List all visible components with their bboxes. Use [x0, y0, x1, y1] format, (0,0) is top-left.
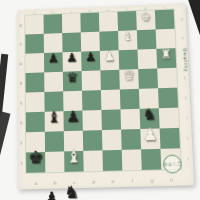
rank-label: 7 — [20, 35, 23, 54]
file-label: g — [142, 178, 162, 184]
square-g2[interactable]: ♟ — [140, 128, 160, 149]
square-c5[interactable]: ♛ — [63, 71, 82, 91]
chess-board-mat: abcdefgh ♚♝♟♟♟♟♜♛♛♝♟♞♟♚♝ abcdefgh 876543… — [18, 3, 195, 189]
black-king[interactable]: ♚ — [28, 150, 43, 168]
square-a7[interactable] — [25, 34, 44, 54]
black-pawn[interactable]: ♟ — [66, 52, 77, 65]
square-h7[interactable] — [156, 29, 176, 49]
white-bishop[interactable]: ♝ — [66, 149, 82, 167]
square-b2[interactable] — [45, 131, 64, 152]
black-knight[interactable]: ♞ — [142, 107, 156, 123]
brand-text: Quality — [182, 48, 188, 73]
square-c1[interactable]: ♝ — [64, 151, 84, 172]
square-e1[interactable] — [102, 150, 122, 171]
square-g6[interactable] — [137, 49, 157, 69]
square-d1[interactable] — [83, 150, 103, 171]
square-g8[interactable]: ♚ — [136, 10, 156, 30]
file-label: e — [103, 179, 123, 185]
white-king[interactable]: ♚ — [141, 12, 151, 23]
square-f1[interactable] — [122, 149, 142, 170]
square-e2[interactable] — [102, 130, 122, 151]
square-d4[interactable] — [82, 90, 101, 110]
square-e3[interactable] — [101, 109, 121, 130]
white-queen[interactable]: ♛ — [123, 69, 136, 83]
square-e5[interactable] — [100, 70, 119, 90]
square-d5[interactable] — [82, 70, 101, 90]
white-bishop[interactable]: ♝ — [122, 31, 133, 43]
square-d3[interactable] — [82, 110, 102, 131]
rank-label: 6 — [20, 54, 23, 73]
square-d6[interactable]: ♟ — [81, 51, 100, 71]
square-a8[interactable] — [25, 15, 44, 35]
square-h6[interactable]: ♜ — [156, 48, 176, 68]
rank-label-right: 4 — [184, 87, 188, 107]
white-pawn[interactable]: ♟ — [143, 127, 158, 144]
square-a1[interactable]: ♚ — [26, 152, 45, 173]
rank-label-right: 3 — [185, 107, 189, 127]
file-label: f — [123, 178, 143, 184]
rank-label: 8 — [19, 16, 22, 35]
square-h3[interactable] — [159, 108, 179, 129]
square-b5[interactable] — [44, 72, 63, 92]
file-label: h — [162, 177, 182, 183]
captured-black-pawn[interactable]: ♟ — [44, 190, 59, 200]
rank-label: 1 — [20, 153, 23, 173]
square-c7[interactable] — [62, 32, 81, 52]
black-queen[interactable]: ♛ — [66, 71, 78, 85]
rank-label-right: 1 — [187, 148, 191, 169]
chess-pieces-emblem-icon: ♔♕♘♖ — [163, 154, 182, 173]
square-e7[interactable] — [99, 31, 118, 51]
rank-label-right: 8 — [180, 9, 183, 28]
rank-label: 5 — [20, 73, 23, 93]
captured-black-knight[interactable]: ♞ — [64, 184, 79, 200]
black-pawn[interactable]: ♟ — [66, 110, 80, 126]
captured-pieces-tray: ♟♞ — [42, 180, 92, 200]
square-c8[interactable] — [62, 13, 81, 33]
rank-label: 3 — [20, 112, 23, 132]
rank-label-right: 7 — [181, 28, 184, 48]
square-b8[interactable] — [44, 14, 63, 34]
square-f3[interactable] — [120, 109, 140, 130]
square-e8[interactable] — [99, 12, 118, 32]
square-g1[interactable] — [141, 149, 161, 170]
square-a4[interactable] — [26, 92, 45, 112]
square-e6[interactable]: ♟ — [100, 50, 119, 70]
rank-label: 4 — [20, 93, 23, 113]
square-a6[interactable] — [25, 53, 44, 73]
square-f2[interactable] — [121, 129, 141, 150]
rank-labels: 87654321 — [19, 16, 22, 173]
square-g7[interactable] — [137, 29, 157, 49]
rank-label-right: 2 — [186, 128, 190, 149]
dark-sliver-left-lower — [0, 112, 10, 159]
square-f4[interactable] — [120, 89, 140, 110]
square-g5[interactable] — [138, 68, 158, 88]
square-h4[interactable] — [158, 88, 178, 109]
square-d8[interactable] — [80, 13, 99, 33]
square-a3[interactable] — [26, 112, 45, 133]
square-c3[interactable]: ♟ — [63, 111, 82, 132]
white-rook[interactable]: ♜ — [160, 49, 172, 62]
square-f7[interactable]: ♝ — [118, 30, 137, 50]
board-grid: ♚♝♟♟♟♟♜♛♛♝♟♞♟♚♝ — [25, 10, 181, 173]
rank-labels-right: 87654321 — [180, 9, 190, 169]
black-pawn[interactable]: ♟ — [85, 52, 97, 65]
square-e4[interactable] — [101, 89, 121, 110]
square-f5[interactable]: ♛ — [119, 69, 139, 89]
square-h2[interactable] — [160, 128, 180, 149]
white-pawn[interactable]: ♟ — [104, 51, 116, 64]
black-bishop[interactable]: ♝ — [47, 110, 61, 126]
square-b6[interactable]: ♟ — [44, 52, 63, 72]
square-b7[interactable] — [44, 33, 63, 53]
square-d2[interactable] — [83, 130, 103, 151]
square-d7[interactable] — [81, 32, 100, 52]
square-h8[interactable] — [155, 10, 175, 30]
black-pawn[interactable]: ♟ — [48, 53, 59, 66]
square-a5[interactable] — [26, 72, 45, 92]
square-h5[interactable] — [157, 68, 177, 88]
rank-label: 2 — [20, 132, 23, 152]
square-b1[interactable] — [45, 151, 64, 172]
square-f8[interactable] — [117, 11, 136, 31]
square-b3[interactable]: ♝ — [45, 111, 64, 132]
